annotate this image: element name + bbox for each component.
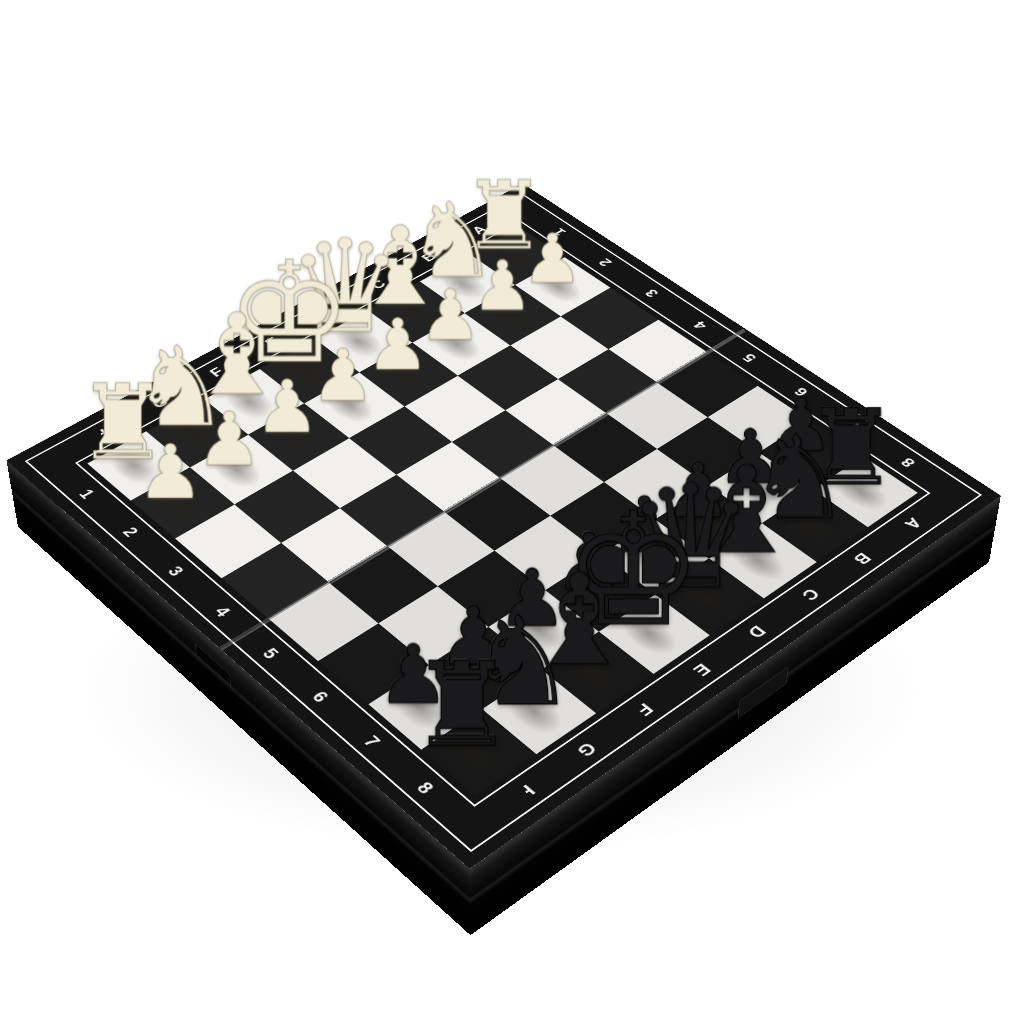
white-pawn-piece[interactable]: ♟ [96, 434, 246, 509]
square-shading [221, 542, 329, 618]
product-photo-background: 12345678 12345678 ABCDEFGH ABCDEFGH ♜♟♟♜… [0, 0, 1024, 1024]
square-h4[interactable] [221, 542, 329, 618]
board-frame: 12345678 12345678 ABCDEFGH ABCDEFGH ♜♟♟♜… [7, 184, 1001, 869]
black-rook-piece[interactable]: ♜ [345, 647, 578, 763]
board-squares: ♜♟♟♜♞♟♟♞♝♟♟♝♛♟♟♛♚♟♟♚♝♟♟♝♞♟♟♞♜♟♟♜ [87, 227, 917, 796]
clasp[interactable] [738, 666, 789, 719]
chess-board: 12345678 12345678 ABCDEFGH ABCDEFGH ♜♟♟♜… [7, 184, 1001, 869]
scene: 12345678 12345678 ABCDEFGH ABCDEFGH ♜♟♟♜… [0, 0, 1024, 1024]
